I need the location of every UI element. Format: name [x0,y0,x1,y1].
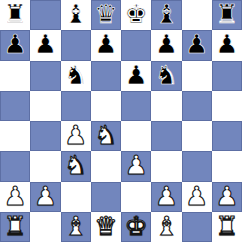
square-b3[interactable] [30,151,60,181]
square-b1[interactable] [30,212,60,242]
square-b5[interactable] [30,91,60,121]
black-rook: ♜ [3,1,26,27]
white-rook: ♜ [215,213,238,239]
square-a1[interactable]: ♜ [0,212,30,242]
square-g3[interactable] [182,151,212,181]
square-d1[interactable]: ♛ [91,212,121,242]
chess-board: ♜♝♛♚♝♜♟♟♟♟♟♟♞♟♞♟♞♞♟♟♟♟♟♟♜♝♛♚♝♜ [0,0,242,242]
white-queen: ♛ [94,213,117,239]
black-king: ♚ [124,1,147,27]
square-h3[interactable] [212,151,242,181]
square-g7[interactable]: ♟ [182,30,212,60]
square-f8[interactable]: ♝ [151,0,181,30]
square-e1[interactable]: ♚ [121,212,151,242]
square-d5[interactable] [91,91,121,121]
white-knight: ♞ [64,152,87,178]
square-h1[interactable]: ♜ [212,212,242,242]
square-e5[interactable] [121,91,151,121]
square-f5[interactable] [151,91,181,121]
white-bishop: ♝ [155,213,178,239]
square-d2[interactable] [91,182,121,212]
white-king: ♚ [124,213,147,239]
square-c6[interactable]: ♞ [61,61,91,91]
white-pawn: ♟ [3,183,26,209]
square-f2[interactable]: ♟ [151,182,181,212]
square-a6[interactable] [0,61,30,91]
black-pawn: ♟ [94,31,117,57]
black-knight: ♞ [64,62,87,88]
square-f1[interactable]: ♝ [151,212,181,242]
square-e6[interactable]: ♟ [121,61,151,91]
square-d8[interactable]: ♛ [91,0,121,30]
square-a2[interactable]: ♟ [0,182,30,212]
square-h7[interactable]: ♟ [212,30,242,60]
black-rook: ♜ [215,1,238,27]
black-queen: ♛ [94,1,117,27]
square-e4[interactable] [121,121,151,151]
black-pawn: ♟ [185,31,208,57]
white-pawn: ♟ [64,122,87,148]
square-b8[interactable] [30,0,60,30]
square-f7[interactable]: ♟ [151,30,181,60]
square-e7[interactable] [121,30,151,60]
white-pawn: ♟ [155,183,178,209]
square-b7[interactable]: ♟ [30,30,60,60]
square-c4[interactable]: ♟ [61,121,91,151]
square-f6[interactable]: ♞ [151,61,181,91]
white-bishop: ♝ [64,213,87,239]
square-g4[interactable] [182,121,212,151]
square-e2[interactable] [121,182,151,212]
square-h6[interactable] [212,61,242,91]
square-g6[interactable] [182,61,212,91]
white-pawn: ♟ [124,152,147,178]
white-pawn: ♟ [34,183,57,209]
black-knight: ♞ [155,62,178,88]
black-pawn: ♟ [155,31,178,57]
white-knight: ♞ [94,122,117,148]
black-pawn: ♟ [3,31,26,57]
square-a5[interactable] [0,91,30,121]
square-e3[interactable]: ♟ [121,151,151,181]
square-b4[interactable] [30,121,60,151]
square-e8[interactable]: ♚ [121,0,151,30]
square-f3[interactable] [151,151,181,181]
square-h5[interactable] [212,91,242,121]
square-c3[interactable]: ♞ [61,151,91,181]
black-pawn: ♟ [34,31,57,57]
white-rook: ♜ [3,213,26,239]
square-a8[interactable]: ♜ [0,0,30,30]
square-h2[interactable]: ♟ [212,182,242,212]
white-pawn: ♟ [215,183,238,209]
black-pawn: ♟ [215,31,238,57]
square-c8[interactable]: ♝ [61,0,91,30]
black-pawn: ♟ [124,62,147,88]
square-b2[interactable]: ♟ [30,182,60,212]
square-c5[interactable] [61,91,91,121]
square-f4[interactable] [151,121,181,151]
square-d3[interactable] [91,151,121,181]
square-c1[interactable]: ♝ [61,212,91,242]
black-bishop: ♝ [155,1,178,27]
square-c7[interactable] [61,30,91,60]
square-h8[interactable]: ♜ [212,0,242,30]
square-d6[interactable] [91,61,121,91]
square-a7[interactable]: ♟ [0,30,30,60]
square-c2[interactable] [61,182,91,212]
square-a3[interactable] [0,151,30,181]
square-g1[interactable] [182,212,212,242]
square-b6[interactable] [30,61,60,91]
white-pawn: ♟ [185,183,208,209]
square-h4[interactable] [212,121,242,151]
square-g8[interactable] [182,0,212,30]
square-d7[interactable]: ♟ [91,30,121,60]
square-d4[interactable]: ♞ [91,121,121,151]
black-bishop: ♝ [64,1,87,27]
square-g2[interactable]: ♟ [182,182,212,212]
square-a4[interactable] [0,121,30,151]
square-g5[interactable] [182,91,212,121]
